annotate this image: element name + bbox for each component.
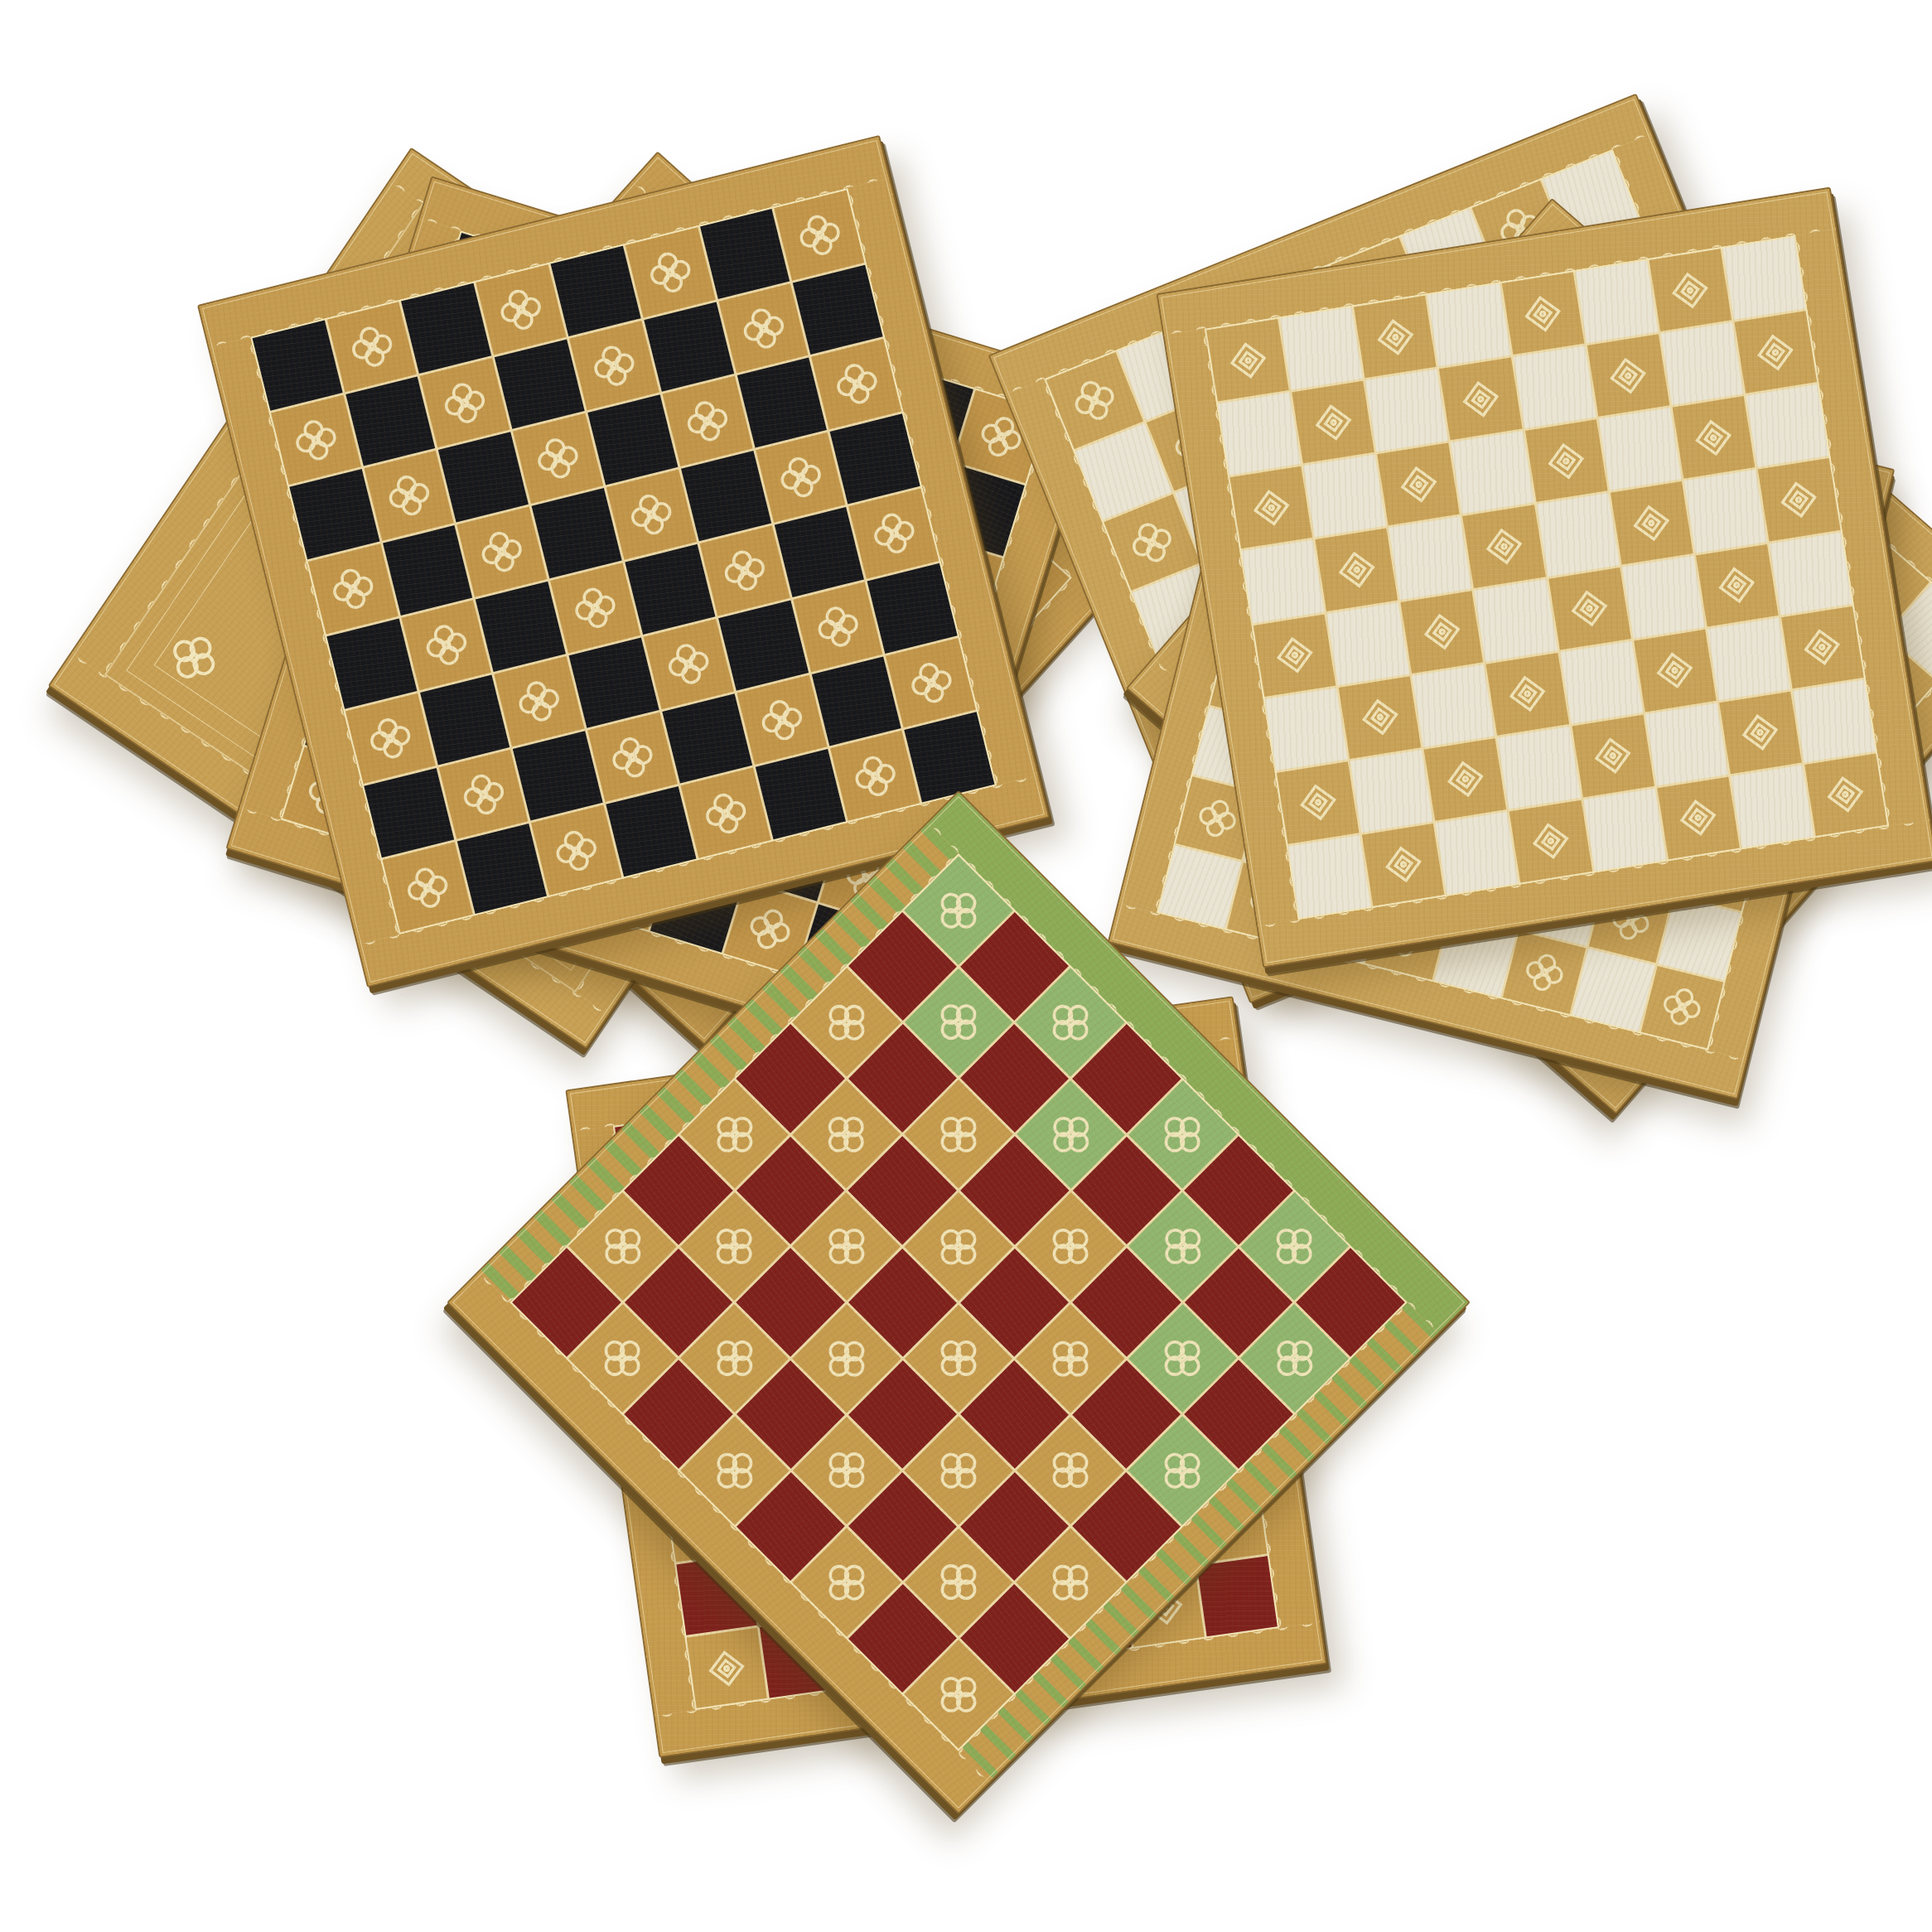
light-square xyxy=(550,563,640,653)
lozenge-motif-icon xyxy=(1773,474,1824,525)
lozenge-motif-icon xyxy=(1292,777,1344,828)
light-square xyxy=(1253,614,1336,697)
light-square xyxy=(587,712,678,802)
quatrefoil-motif-icon xyxy=(1123,513,1182,572)
dark-square xyxy=(382,525,472,616)
quatrefoil-motif-icon xyxy=(455,766,511,823)
light-square xyxy=(1719,691,1802,774)
dark-square xyxy=(1366,369,1449,452)
lozenge-motif-icon xyxy=(1587,730,1639,781)
quatrefoil-motif-icon xyxy=(717,543,773,599)
dark-square xyxy=(1219,393,1302,476)
lozenge-motif-icon xyxy=(1540,436,1591,487)
white-board-top xyxy=(1157,187,1932,968)
light-square xyxy=(774,190,864,280)
light-square xyxy=(718,283,809,373)
light-square xyxy=(1339,676,1422,759)
dark-square xyxy=(1197,1556,1278,1636)
light-square xyxy=(686,1628,766,1708)
dark-square xyxy=(699,208,790,298)
light-square xyxy=(606,469,696,559)
dark-square xyxy=(363,767,453,857)
light-square xyxy=(1734,311,1817,394)
lozenge-motif-icon xyxy=(1664,264,1716,316)
dark-square xyxy=(1513,346,1596,429)
dark-square xyxy=(1560,641,1643,724)
photo-scene xyxy=(0,0,1932,1932)
light-square xyxy=(1640,965,1723,1048)
quatrefoil-motif-icon xyxy=(530,430,587,486)
dark-square xyxy=(456,824,547,914)
quatrefoil-motif-icon xyxy=(791,206,848,263)
dark-square xyxy=(1436,812,1519,895)
quatrefoil-motif-icon xyxy=(753,692,809,748)
quatrefoil-motif-icon xyxy=(698,785,754,841)
light-square xyxy=(513,413,603,504)
dark-square xyxy=(326,618,417,708)
checkerboard-grid xyxy=(1205,235,1889,920)
dark-square xyxy=(513,730,603,820)
light-square xyxy=(680,768,770,858)
dark-square xyxy=(1575,261,1658,344)
lozenge-motif-icon xyxy=(1246,482,1297,534)
light-square xyxy=(1587,335,1669,418)
lozenge-motif-icon xyxy=(1517,288,1568,340)
dark-square xyxy=(1645,703,1728,785)
lozenge-motif-icon xyxy=(1673,792,1724,843)
quatrefoil-motif-icon xyxy=(623,486,679,543)
light-square xyxy=(699,525,790,616)
quatrefoil-motif-icon xyxy=(1037,1437,1104,1504)
lozenge-motif-icon xyxy=(702,1644,751,1693)
lozenge-motif-icon xyxy=(1564,583,1616,635)
light-square xyxy=(1758,458,1841,541)
light-square xyxy=(737,674,827,765)
light-square xyxy=(568,320,659,410)
light-square xyxy=(756,432,846,522)
dark-square xyxy=(494,339,584,429)
light-square xyxy=(326,301,417,391)
quatrefoil-motif-icon xyxy=(679,393,736,449)
lozenge-motif-icon xyxy=(1378,839,1429,891)
quatrefoil-motif-icon xyxy=(701,1437,768,1504)
lozenge-motif-icon xyxy=(1440,754,1491,805)
quatrefoil-motif-icon xyxy=(903,654,959,711)
quatrefoil-motif-icon xyxy=(604,729,660,785)
quatrefoil-motif-icon xyxy=(813,1213,880,1280)
light-square xyxy=(1463,505,1546,588)
quatrefoil-motif-icon xyxy=(741,900,799,958)
light-square xyxy=(1486,653,1569,736)
quatrefoil-motif-icon xyxy=(866,505,922,562)
dark-square xyxy=(774,506,864,597)
light-square xyxy=(270,394,360,485)
lozenge-motif-icon xyxy=(1269,630,1321,681)
lozenge-motif-icon xyxy=(1797,621,1848,673)
quatrefoil-motif-icon xyxy=(847,747,903,804)
quatrefoil-motif-icon xyxy=(925,1661,992,1728)
lozenge-motif-icon xyxy=(1525,816,1577,867)
dark-square xyxy=(1793,679,1876,762)
lozenge-motif-icon xyxy=(1393,459,1445,510)
dark-square xyxy=(419,674,510,765)
quatrefoil-motif-icon xyxy=(1037,1548,1104,1616)
dark-square xyxy=(1622,556,1705,639)
light-square xyxy=(419,357,510,447)
lozenge-motif-icon xyxy=(1222,335,1273,386)
quatrefoil-motif-icon xyxy=(925,877,992,944)
dark-square xyxy=(1707,617,1790,700)
quatrefoil-motif-icon xyxy=(701,1325,768,1392)
dark-square xyxy=(793,264,883,355)
quatrefoil-motif-icon xyxy=(1037,988,1104,1055)
light-square xyxy=(1362,824,1445,906)
light-square xyxy=(1657,776,1740,859)
quatrefoil-motif-icon xyxy=(701,1213,768,1280)
light-square xyxy=(1696,543,1779,626)
quatrefoil-motif-icon xyxy=(380,467,437,524)
quatrefoil-motif-icon xyxy=(548,822,605,878)
lozenge-motif-icon xyxy=(1307,397,1359,448)
dark-square xyxy=(867,563,957,653)
quatrefoil-motif-icon xyxy=(418,616,474,673)
light-square xyxy=(476,264,566,355)
quatrefoil-motif-icon xyxy=(1519,947,1570,998)
quatrefoil-motif-icon xyxy=(813,1548,880,1616)
light-square xyxy=(494,655,584,746)
light-square xyxy=(456,506,547,597)
light-square xyxy=(1277,761,1360,844)
dark-square xyxy=(401,283,491,373)
light-square xyxy=(345,693,435,783)
quatrefoil-motif-icon xyxy=(1261,1213,1328,1280)
quatrefoil-motif-icon xyxy=(511,673,568,729)
dark-square xyxy=(1427,284,1510,367)
lozenge-motif-icon xyxy=(1455,374,1506,425)
quatrefoil-motif-icon xyxy=(1149,1101,1216,1168)
dark-square xyxy=(587,394,678,485)
quatrefoil-motif-icon xyxy=(813,1101,880,1168)
dark-square xyxy=(1599,408,1682,491)
lozenge-motif-icon xyxy=(1712,559,1763,611)
dark-square xyxy=(1722,237,1805,320)
quatrefoil-motif-icon xyxy=(813,1437,880,1504)
quatrefoil-motif-icon xyxy=(567,580,623,636)
lozenge-motif-icon xyxy=(1820,769,1872,820)
dark-square xyxy=(1304,455,1387,538)
light-square xyxy=(1672,397,1755,480)
lozenge-motif-icon xyxy=(1502,669,1553,720)
dark-square xyxy=(1660,323,1743,406)
light-square xyxy=(848,488,939,578)
lozenge-motif-icon xyxy=(1649,645,1701,696)
dark-square xyxy=(252,320,342,410)
quatrefoil-motif-icon xyxy=(1261,1325,1328,1392)
light-square xyxy=(811,339,901,429)
light-square xyxy=(307,543,398,634)
light-square xyxy=(1292,381,1375,464)
dark-square xyxy=(644,302,734,392)
lozenge-motif-icon xyxy=(1355,692,1406,743)
light-square xyxy=(1634,630,1717,712)
lozenge-motif-icon xyxy=(1369,312,1421,363)
quatrefoil-motif-icon xyxy=(1149,1437,1216,1504)
light-square xyxy=(1316,529,1398,611)
light-square xyxy=(364,451,454,541)
dark-square xyxy=(1684,470,1767,553)
quatrefoil-motif-icon xyxy=(1149,1213,1216,1280)
dark-square xyxy=(625,543,715,634)
dark-square xyxy=(550,245,640,336)
light-square xyxy=(1781,606,1864,688)
light-square xyxy=(1548,568,1631,650)
light-square xyxy=(1230,466,1313,549)
quatrefoil-motif-icon xyxy=(1037,1213,1104,1280)
light-square xyxy=(1503,931,1586,1014)
light-square xyxy=(625,227,715,317)
light-square xyxy=(1354,296,1437,379)
quatrefoil-motif-icon xyxy=(809,598,866,654)
dark-square xyxy=(1537,494,1620,577)
light-square xyxy=(829,731,920,821)
quatrefoil-motif-icon xyxy=(1037,1325,1104,1392)
lozenge-motif-icon xyxy=(1331,544,1383,596)
quatrefoil-motif-icon xyxy=(1037,1101,1104,1168)
dark-square xyxy=(1498,727,1581,809)
quatrefoil-motif-icon xyxy=(1065,371,1125,431)
light-square xyxy=(1649,249,1732,332)
quatrefoil-motif-icon xyxy=(287,412,344,468)
quatrefoil-motif-icon xyxy=(772,449,828,505)
light-square xyxy=(1572,715,1654,798)
quatrefoil-motif-icon xyxy=(828,356,885,413)
quatrefoil-motif-icon xyxy=(925,1437,992,1504)
quatrefoil-motif-icon xyxy=(642,244,698,300)
quatrefoil-motif-icon xyxy=(925,1101,992,1168)
quatrefoil-motif-icon xyxy=(925,1325,992,1392)
lozenge-motif-icon xyxy=(1750,326,1801,378)
quatrefoil-motif-icon xyxy=(925,1213,992,1280)
light-square xyxy=(1439,358,1522,441)
dark-square xyxy=(1583,789,1666,872)
dark-square xyxy=(1572,949,1654,1031)
quatrefoil-motif-icon xyxy=(362,710,418,766)
dark-square xyxy=(1451,432,1534,514)
quatrefoil-motif-icon xyxy=(735,300,791,356)
dark-square xyxy=(1288,835,1371,918)
light-square xyxy=(531,804,621,895)
dark-square xyxy=(345,376,435,466)
lozenge-motif-icon xyxy=(1735,707,1786,758)
light-square xyxy=(438,749,529,839)
dark-square xyxy=(1242,540,1325,623)
light-square xyxy=(792,582,882,672)
quatrefoil-motif-icon xyxy=(325,561,381,617)
dark-square xyxy=(662,693,752,784)
quatrefoil-motif-icon xyxy=(813,988,880,1055)
dark-square xyxy=(1389,517,1472,600)
quatrefoil-motif-icon xyxy=(1149,1325,1216,1392)
dark-square xyxy=(717,600,808,690)
light-square xyxy=(886,637,976,727)
dark-square xyxy=(289,469,379,559)
dark-square xyxy=(811,656,901,746)
quatrefoil-motif-icon xyxy=(586,337,642,394)
dark-square xyxy=(1350,750,1433,833)
quatrefoil-motif-icon xyxy=(1191,792,1243,843)
dark-square xyxy=(568,637,659,727)
dark-square xyxy=(1413,664,1495,747)
quatrefoil-motif-icon xyxy=(493,281,549,337)
dark-square xyxy=(830,413,920,504)
dark-square xyxy=(606,786,696,877)
dark-square xyxy=(1475,579,1558,662)
lozenge-motif-icon xyxy=(1417,606,1468,658)
dark-square xyxy=(476,581,566,671)
dark-square xyxy=(1658,896,1741,979)
dark-square xyxy=(755,749,845,839)
quatrefoil-motif-icon xyxy=(474,524,530,580)
dark-square xyxy=(1746,384,1828,467)
lozenge-motif-icon xyxy=(1479,521,1530,572)
lozenge-motif-icon xyxy=(1688,412,1739,463)
light-square xyxy=(1509,800,1592,883)
lozenge-motif-icon xyxy=(1602,350,1654,402)
dark-square xyxy=(531,488,621,578)
light-square xyxy=(662,376,752,466)
light-square xyxy=(382,842,472,932)
dark-square xyxy=(1158,845,1241,928)
quatrefoil-motif-icon xyxy=(437,374,493,431)
light-square xyxy=(1206,319,1289,402)
quatrefoil-motif-icon xyxy=(343,318,399,374)
dark-square xyxy=(1265,688,1348,770)
light-square xyxy=(643,618,733,708)
dark-square xyxy=(1731,765,1814,848)
light-square xyxy=(1401,591,1484,674)
light-square xyxy=(1804,753,1887,836)
quatrefoil-motif-icon xyxy=(925,1548,992,1616)
dark-square xyxy=(438,432,529,522)
light-square xyxy=(1424,738,1507,821)
quatrefoil-motif-icon xyxy=(660,635,717,692)
dark-square xyxy=(680,451,770,541)
quatrefoil-motif-icon xyxy=(589,1213,656,1280)
dark-square xyxy=(1280,307,1363,390)
light-square xyxy=(1611,482,1693,565)
quatrefoil-motif-icon xyxy=(399,859,456,915)
lozenge-motif-icon xyxy=(1626,497,1678,548)
quatrefoil-motif-icon xyxy=(701,1101,768,1168)
light-square xyxy=(1378,443,1461,526)
quatrefoil-motif-icon xyxy=(813,1325,880,1392)
light-square xyxy=(1525,420,1608,503)
light-square xyxy=(401,600,491,690)
light-square xyxy=(1501,273,1584,355)
quatrefoil-motif-icon xyxy=(925,988,992,1055)
dark-square xyxy=(904,712,994,802)
dark-square xyxy=(1770,532,1852,615)
quatrefoil-motif-icon xyxy=(1656,981,1707,1032)
dark-square xyxy=(737,357,827,447)
dark-square xyxy=(1327,602,1410,685)
quatrefoil-motif-icon xyxy=(589,1325,656,1392)
